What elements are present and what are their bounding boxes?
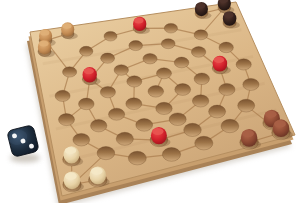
board-hole[interactable] [156, 102, 172, 114]
board-hole[interactable] [191, 47, 205, 58]
peg-top [274, 120, 286, 127]
board-hole[interactable] [91, 120, 107, 132]
peg-top [65, 173, 77, 180]
board-hole[interactable] [128, 151, 146, 165]
board-hole[interactable] [129, 41, 143, 51]
board-hole[interactable] [73, 133, 90, 146]
board-hole[interactable] [55, 90, 70, 101]
peg-top [224, 12, 234, 18]
board-hole[interactable] [109, 108, 125, 120]
die[interactable] [7, 125, 40, 158]
board-hole[interactable] [238, 99, 255, 112]
peg-top [91, 168, 103, 175]
board-hole[interactable] [104, 31, 117, 41]
board-hole[interactable] [169, 113, 186, 126]
peg-top [62, 23, 71, 29]
board-hole[interactable] [221, 119, 239, 132]
peg-top [152, 128, 163, 135]
board-hole[interactable] [143, 54, 157, 64]
board-hole[interactable] [126, 98, 142, 110]
board-hole[interactable] [157, 68, 172, 79]
peg-top [214, 57, 224, 63]
board-hole[interactable] [101, 53, 115, 63]
board-hole[interactable] [219, 42, 233, 53]
board-hole[interactable] [63, 67, 77, 77]
board-hole[interactable] [79, 98, 95, 110]
board-hole[interactable] [116, 132, 133, 145]
board-hole[interactable] [209, 105, 226, 118]
peg-top [196, 3, 205, 9]
board-hole[interactable] [97, 147, 115, 160]
peg-top [40, 30, 49, 36]
peg-top [134, 18, 143, 24]
board-hole[interactable] [192, 95, 208, 107]
peg-top [39, 41, 49, 47]
game-board-svg [0, 0, 300, 203]
board-hole[interactable] [175, 84, 191, 96]
board-hole[interactable] [162, 148, 180, 162]
board-hole[interactable] [161, 39, 175, 49]
peg-top [242, 130, 254, 137]
board-hole[interactable] [164, 23, 177, 33]
board-hole[interactable] [59, 114, 75, 126]
peg-top [265, 111, 277, 118]
board-hole[interactable] [236, 59, 251, 70]
board-hole[interactable] [184, 123, 202, 136]
board-hole[interactable] [174, 57, 189, 68]
board-hole[interactable] [148, 86, 164, 98]
board-hole[interactable] [136, 119, 153, 132]
board-hole[interactable] [100, 86, 115, 97]
board-hole[interactable] [243, 78, 259, 90]
board-hole[interactable] [194, 73, 209, 85]
board-hole[interactable] [195, 136, 213, 150]
board-hole[interactable] [194, 30, 208, 40]
board-hole[interactable] [219, 83, 235, 95]
peg-top [65, 147, 76, 154]
peg-top [84, 68, 94, 74]
board-hole[interactable] [80, 46, 93, 56]
board-hole[interactable] [114, 65, 128, 76]
board-hole[interactable] [127, 76, 142, 87]
photo-scene [0, 0, 300, 203]
